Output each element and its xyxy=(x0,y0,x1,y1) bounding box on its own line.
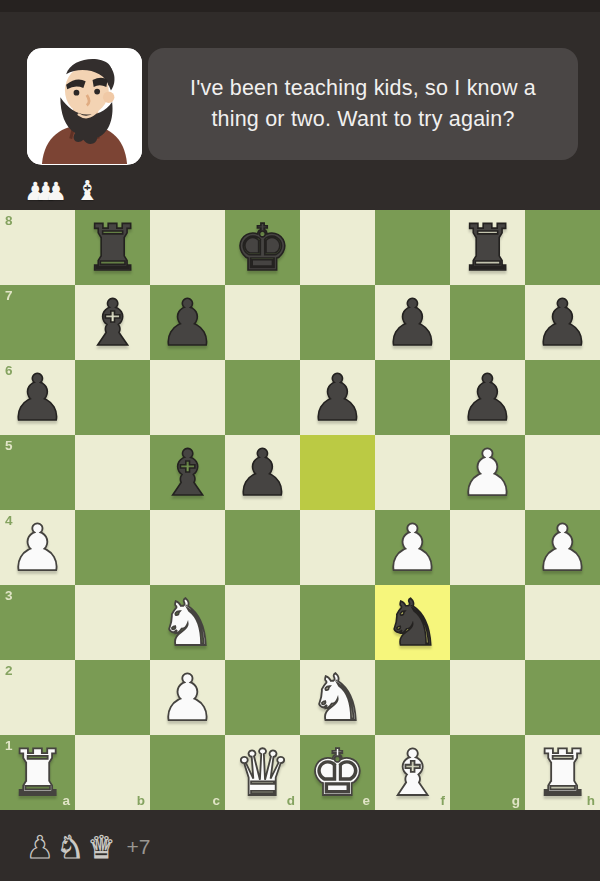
captured-pawn-icon: ♟ xyxy=(26,832,54,863)
file-label-c: c xyxy=(212,793,220,808)
white-bishop[interactable]: ♝ xyxy=(375,735,450,810)
square-e7[interactable] xyxy=(300,285,375,360)
material-advantage: +7 xyxy=(126,835,150,859)
square-b3[interactable] xyxy=(75,585,150,660)
square-b1[interactable]: b xyxy=(75,735,150,810)
square-f5[interactable] xyxy=(375,435,450,510)
square-b2[interactable] xyxy=(75,660,150,735)
white-rook[interactable]: ♜ xyxy=(0,735,75,810)
captured-queen-icon: ♛ xyxy=(88,832,116,863)
square-d4[interactable] xyxy=(225,510,300,585)
square-e4[interactable] xyxy=(300,510,375,585)
square-h8[interactable] xyxy=(525,210,600,285)
square-g4[interactable] xyxy=(450,510,525,585)
square-h7[interactable]: ♟ xyxy=(525,285,600,360)
square-c8[interactable] xyxy=(150,210,225,285)
square-a1[interactable]: 1a♜ xyxy=(0,735,75,810)
square-h5[interactable] xyxy=(525,435,600,510)
black-king[interactable]: ♚ xyxy=(225,210,300,285)
square-c4[interactable] xyxy=(150,510,225,585)
square-e5[interactable] xyxy=(300,435,375,510)
black-rook[interactable]: ♜ xyxy=(450,210,525,285)
square-c6[interactable] xyxy=(150,360,225,435)
square-g6[interactable]: ♟ xyxy=(450,360,525,435)
black-bishop[interactable]: ♝ xyxy=(150,435,225,510)
square-c2[interactable]: ♟ xyxy=(150,660,225,735)
square-f3[interactable]: ♞ xyxy=(375,585,450,660)
square-a2[interactable]: 2 xyxy=(0,660,75,735)
square-g3[interactable] xyxy=(450,585,525,660)
square-b8[interactable]: ♜ xyxy=(75,210,150,285)
square-f8[interactable] xyxy=(375,210,450,285)
square-c3[interactable]: ♞ xyxy=(150,585,225,660)
captured-by-white-tray: ♟♞♛ xyxy=(26,832,115,863)
square-e2[interactable]: ♞ xyxy=(300,660,375,735)
square-g2[interactable] xyxy=(450,660,525,735)
square-d1[interactable]: d♛ xyxy=(225,735,300,810)
square-a4[interactable]: 4♟ xyxy=(0,510,75,585)
chat-bubble: I've been teaching kids, so I know a thi… xyxy=(148,48,578,160)
square-a5[interactable]: 5 xyxy=(0,435,75,510)
white-queen[interactable]: ♛ xyxy=(225,735,300,810)
square-b4[interactable] xyxy=(75,510,150,585)
square-e6[interactable]: ♟ xyxy=(300,360,375,435)
white-pawn[interactable]: ♟ xyxy=(150,660,225,735)
square-h4[interactable]: ♟ xyxy=(525,510,600,585)
square-g8[interactable]: ♜ xyxy=(450,210,525,285)
square-g7[interactable] xyxy=(450,285,525,360)
captured-by-black-tray: ♟♟♟♝ xyxy=(24,176,99,204)
square-h3[interactable] xyxy=(525,585,600,660)
square-d3[interactable] xyxy=(225,585,300,660)
black-pawn[interactable]: ♟ xyxy=(225,435,300,510)
square-c5[interactable]: ♝ xyxy=(150,435,225,510)
square-b5[interactable] xyxy=(75,435,150,510)
square-f2[interactable] xyxy=(375,660,450,735)
captured-pawn-icon: ♟ xyxy=(45,179,67,204)
square-a7[interactable]: 7 xyxy=(0,285,75,360)
square-d2[interactable] xyxy=(225,660,300,735)
square-e3[interactable] xyxy=(300,585,375,660)
rank-label-2: 2 xyxy=(5,663,13,678)
square-c7[interactable]: ♟ xyxy=(150,285,225,360)
square-d7[interactable] xyxy=(225,285,300,360)
black-pawn[interactable]: ♟ xyxy=(375,285,450,360)
captured-knight-icon: ♞ xyxy=(57,832,85,863)
square-a6[interactable]: 6♟ xyxy=(0,360,75,435)
white-king[interactable]: ♚ xyxy=(300,735,375,810)
chess-board: 8♜♚♜7♝♟♟♟6♟♟♟5♝♟♟4♟♟♟3♞♞2♟♞1a♜bcd♛e♚f♝gh… xyxy=(0,210,600,810)
black-knight[interactable]: ♞ xyxy=(375,585,450,660)
white-knight[interactable]: ♞ xyxy=(300,660,375,735)
file-label-b: b xyxy=(137,793,145,808)
square-f7[interactable]: ♟ xyxy=(375,285,450,360)
chat-message: I've been teaching kids, so I know a thi… xyxy=(170,73,556,134)
bearded-man-illustration xyxy=(27,48,142,165)
white-knight[interactable]: ♞ xyxy=(150,585,225,660)
white-pawn[interactable]: ♟ xyxy=(0,510,75,585)
square-g1[interactable]: g xyxy=(450,735,525,810)
white-pawn[interactable]: ♟ xyxy=(375,510,450,585)
chess-app-screen: I've been teaching kids, so I know a thi… xyxy=(0,0,600,881)
black-bishop[interactable]: ♝ xyxy=(75,285,150,360)
black-pawn[interactable]: ♟ xyxy=(300,360,375,435)
white-player-bar: ♟♞♛ +7 xyxy=(26,827,150,867)
rank-label-7: 7 xyxy=(5,288,13,303)
square-f1[interactable]: f♝ xyxy=(375,735,450,810)
square-a8[interactable]: 8 xyxy=(0,210,75,285)
square-h6[interactable] xyxy=(525,360,600,435)
top-strip xyxy=(0,0,600,12)
rank-label-3: 3 xyxy=(5,588,13,603)
captured-bishop-icon: ♝ xyxy=(75,177,99,204)
square-f4[interactable]: ♟ xyxy=(375,510,450,585)
black-pawn[interactable]: ♟ xyxy=(525,285,600,360)
square-e1[interactable]: e♚ xyxy=(300,735,375,810)
black-pawn[interactable]: ♟ xyxy=(150,285,225,360)
square-a3[interactable]: 3 xyxy=(0,585,75,660)
square-d6[interactable] xyxy=(225,360,300,435)
square-d5[interactable]: ♟ xyxy=(225,435,300,510)
white-pawn[interactable]: ♟ xyxy=(525,510,600,585)
square-h2[interactable] xyxy=(525,660,600,735)
square-f6[interactable] xyxy=(375,360,450,435)
square-b6[interactable] xyxy=(75,360,150,435)
rank-label-5: 5 xyxy=(5,438,13,453)
white-rook[interactable]: ♜ xyxy=(525,735,600,810)
square-e8[interactable] xyxy=(300,210,375,285)
square-g5[interactable]: ♟ xyxy=(450,435,525,510)
black-pawn[interactable]: ♟ xyxy=(0,360,75,435)
rank-label-8: 8 xyxy=(5,213,13,228)
opponent-avatar[interactable] xyxy=(27,48,142,165)
white-pawn[interactable]: ♟ xyxy=(450,435,525,510)
black-rook[interactable]: ♜ xyxy=(75,210,150,285)
square-d8[interactable]: ♚ xyxy=(225,210,300,285)
square-b7[interactable]: ♝ xyxy=(75,285,150,360)
file-label-g: g xyxy=(512,793,520,808)
black-pawn[interactable]: ♟ xyxy=(450,360,525,435)
square-c1[interactable]: c xyxy=(150,735,225,810)
square-h1[interactable]: h♜ xyxy=(525,735,600,810)
